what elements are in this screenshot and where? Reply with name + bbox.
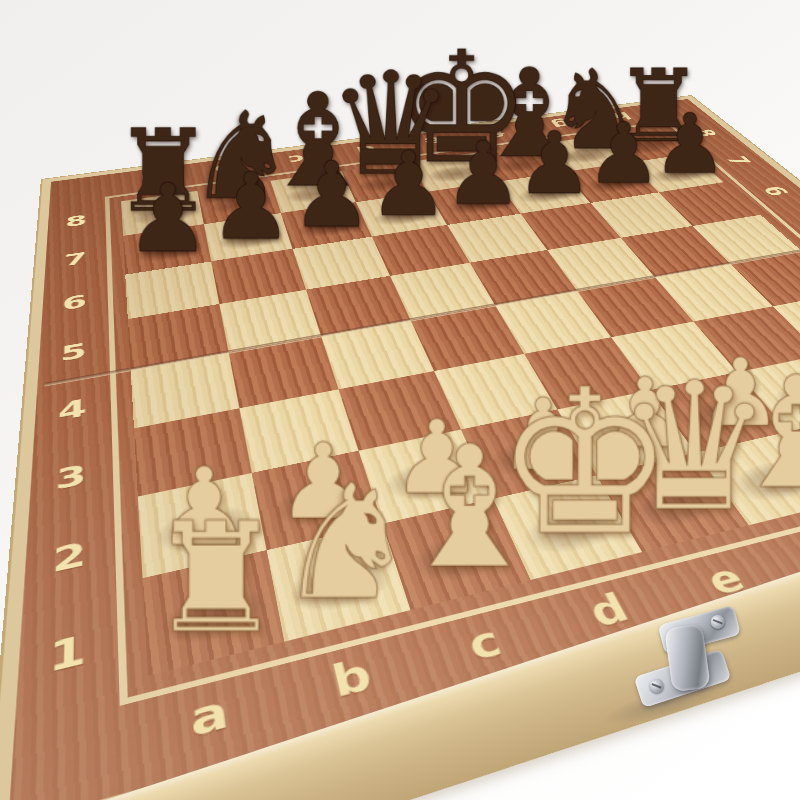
- black-pawn-f7[interactable]: ♟: [516, 121, 593, 207]
- black-pawn-e7[interactable]: ♟: [444, 130, 522, 217]
- black-pawn-g7[interactable]: ♟: [586, 112, 661, 196]
- black-pawn-a7[interactable]: ♟: [125, 172, 210, 266]
- black-pawn-h7[interactable]: ♟: [653, 103, 727, 186]
- rank-label-left-8: 8: [65, 212, 87, 231]
- white-rook-a1[interactable]: ♜: [148, 503, 284, 655]
- square-h4[interactable]: [729, 251, 800, 306]
- square-a7[interactable]: ♟: [123, 224, 211, 275]
- square-b1[interactable]: ♞: [266, 523, 411, 641]
- square-b5[interactable]: [219, 289, 321, 352]
- square-d6[interactable]: [371, 225, 469, 276]
- file-label-top-a: a: [139, 171, 160, 187]
- square-c7[interactable]: ♟: [281, 202, 372, 249]
- rank-label-left-7: 7: [63, 249, 87, 270]
- black-pawn-d7[interactable]: ♟: [369, 140, 449, 229]
- file-label-top-b: b: [213, 161, 236, 177]
- square-b7[interactable]: ♟: [203, 213, 292, 262]
- chess-set-photo: ♜♞♝♛♚♝♞♜♟♟♟♟♟♟♟♟♟♟♟♟♟♟♟♟♜♞♝♚♛♝♞♜ aabbccd…: [0, 0, 800, 800]
- white-knight-b1[interactable]: ♞: [276, 464, 418, 623]
